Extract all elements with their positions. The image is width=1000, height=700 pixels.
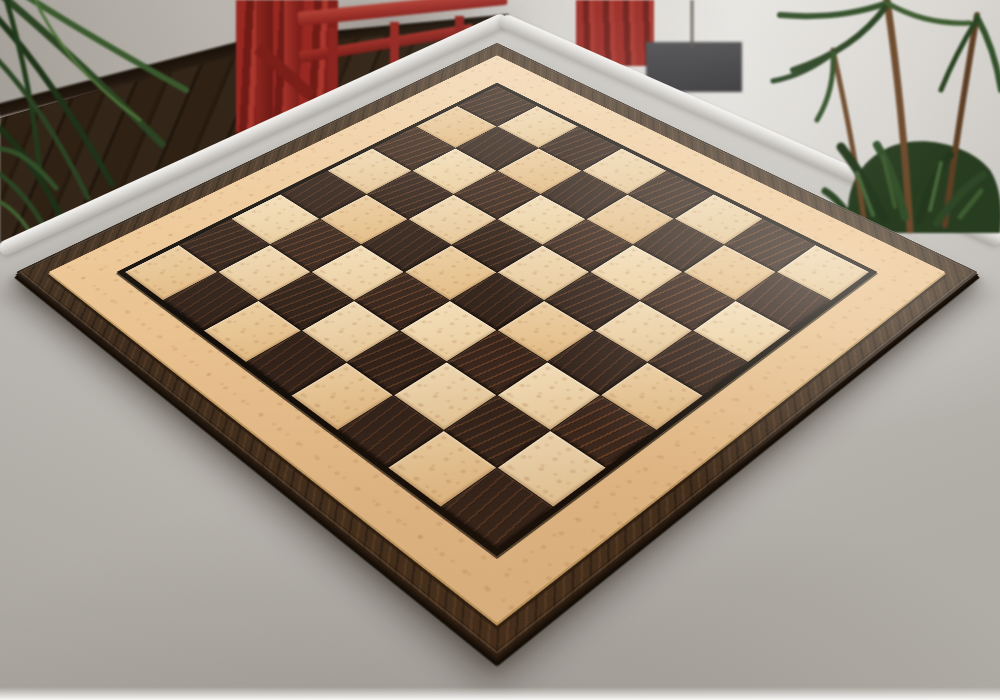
table-front-highlight — [0, 687, 1000, 700]
photo-scene — [0, 0, 1000, 700]
door-frame-line — [690, 0, 694, 48]
red-leg — [328, 28, 338, 92]
